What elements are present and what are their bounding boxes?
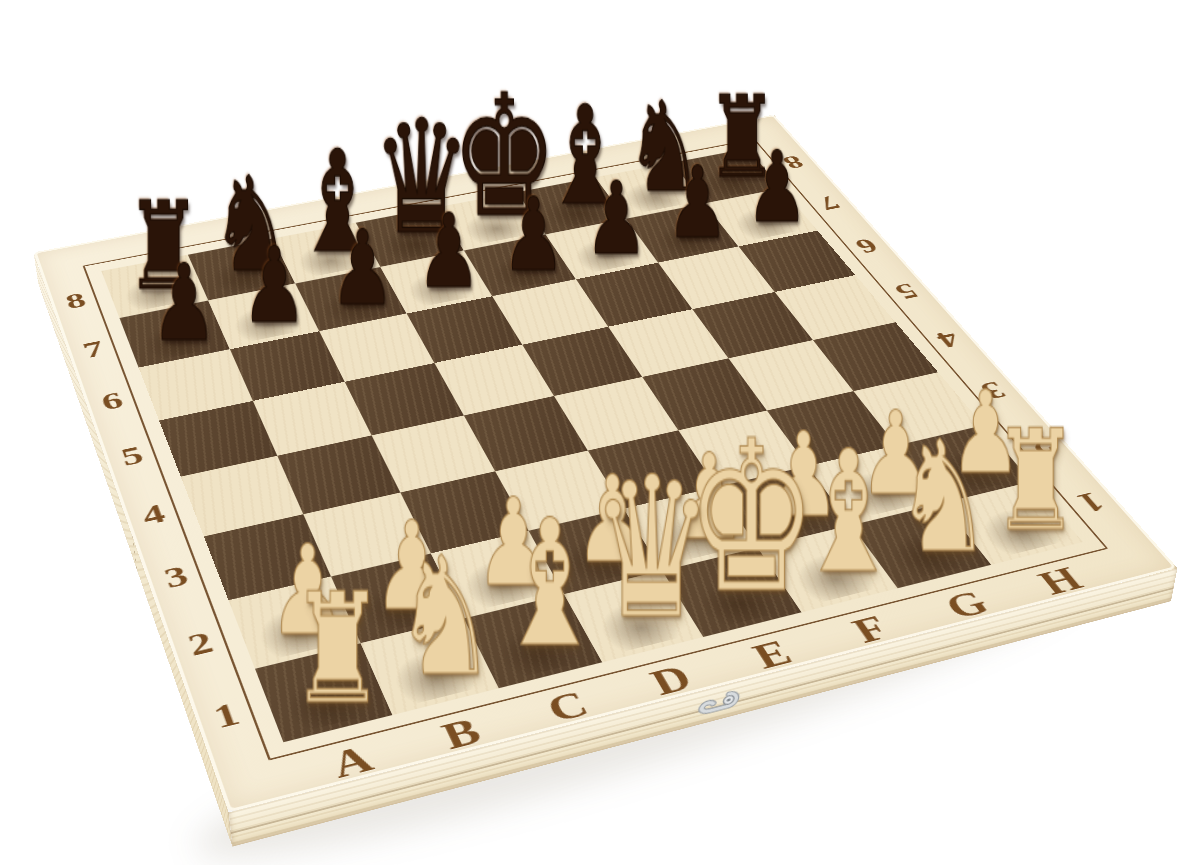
piece-black-pawn-b7: ♟	[241, 234, 307, 338]
piece-white-knight-b1: ♞	[393, 535, 496, 698]
product-photo-stage: 8 7 6 5 4 3 2 1 8 7 6 5 4 3 2 1	[0, 0, 1200, 865]
piece-white-knight-g1: ♞	[894, 420, 991, 573]
piece-white-queen-d1: ♛	[590, 452, 713, 647]
scene: 8 7 6 5 4 3 2 1 8 7 6 5 4 3 2 1	[0, 0, 1200, 865]
piece-black-pawn-f7: ♟	[584, 169, 647, 269]
piece-black-pawn-e7: ♟	[501, 185, 565, 286]
chess-board: 8 7 6 5 4 3 2 1 8 7 6 5 4 3 2 1	[34, 115, 1178, 813]
piece-white-bishop-c1: ♝	[494, 498, 604, 672]
piece-black-pawn-a7: ♟	[150, 251, 217, 356]
piece-black-pawn-c7: ♟	[329, 217, 394, 320]
piece-black-pawn-h7: ♟	[746, 139, 808, 237]
piece-black-pawn-g7: ♟	[666, 154, 729, 253]
board-top-surface: 8 7 6 5 4 3 2 1 8 7 6 5 4 3 2 1	[34, 115, 1178, 813]
piece-white-rook-a1: ♜	[289, 573, 385, 725]
piece-black-pawn-d7: ♟	[416, 201, 480, 303]
piece-white-rook-h1: ♜	[991, 411, 1079, 550]
